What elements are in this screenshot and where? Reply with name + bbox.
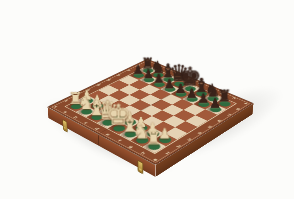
file-label-c-bottom: c — [81, 120, 91, 125]
file-label-h-bottom: h — [138, 150, 148, 156]
frame-corner-dot-3 — [153, 158, 157, 160]
file-label-f-bottom: f — [114, 137, 124, 142]
rank-label-6-left: 6 — [115, 73, 124, 77]
file-label-g-bottom: g — [126, 144, 136, 150]
scene: ♜♞♝♛♚♝♞♜♟♟♟♟♟♟♟♟♟♟♟♟♟♟♟♟♜♞♝♛♚♝♞♜ aabbccd… — [0, 0, 294, 199]
file-label-e-bottom: e — [103, 131, 113, 136]
file-label-a-bottom: a — [61, 109, 70, 114]
frame-corner-dot-2 — [54, 105, 58, 107]
frame-corner-dot-1 — [244, 102, 248, 104]
chess-board: ♜♞♝♛♚♝♞♜♟♟♟♟♟♟♟♟♟♟♟♟♟♟♟♟♜♞♝♛♚♝♞♜ aabbccd… — [47, 58, 253, 164]
fold-seam-front — [98, 134, 99, 145]
chess-set-product-photo: ♜♞♝♛♚♝♞♜♟♟♟♟♟♟♟♟♟♟♟♟♟♟♟♟♜♞♝♛♚♝♞♜ aabbccd… — [0, 0, 294, 199]
square-h1: ♜ — [143, 139, 166, 152]
brass-clasp-left — [62, 118, 67, 132]
rank-label-4-left: 4 — [94, 82, 103, 86]
piece-black-pawn-h7: ♟ — [201, 96, 229, 109]
piece-white-rook-h1: ♜ — [138, 129, 169, 147]
square-h7: ♟ — [205, 103, 226, 114]
brass-clasp-right — [138, 159, 144, 174]
file-label-d-bottom: d — [92, 126, 102, 131]
file-label-b-bottom: b — [71, 114, 80, 119]
rank-label-5-left: 5 — [105, 77, 114, 81]
